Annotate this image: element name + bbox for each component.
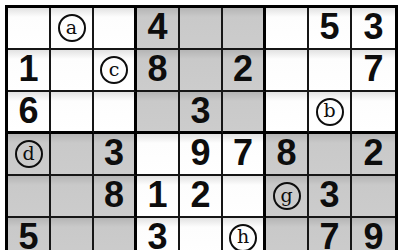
sudoku-board: a4531c82763bd39782812g353h79 (5, 5, 398, 250)
cell-r4c3[interactable]: 3 (94, 134, 137, 176)
cell-r3c2[interactable] (51, 92, 94, 134)
cell-r5c1[interactable] (8, 176, 51, 218)
given-digit: 9 (190, 135, 210, 171)
cell-r5c7[interactable]: g (266, 176, 309, 218)
circled-letter-a: a (58, 14, 86, 42)
cell-r4c8[interactable] (309, 134, 352, 176)
cell-r6c3[interactable] (94, 218, 137, 250)
given-digit: 3 (104, 135, 124, 171)
given-digit: 7 (233, 135, 253, 171)
given-digit: 3 (319, 177, 339, 213)
cell-r1c2[interactable]: a (51, 8, 94, 50)
cell-r6c6[interactable]: h (223, 218, 266, 250)
cell-r2c6[interactable]: 2 (223, 50, 266, 92)
page-background: { "game": "sudoku", "view": "cropped sca… (0, 0, 400, 250)
given-digit: 8 (276, 135, 296, 171)
cell-r5c2[interactable] (51, 176, 94, 218)
cell-r1c1[interactable] (8, 8, 51, 50)
cell-r6c1[interactable]: 5 (8, 218, 51, 250)
cell-r1c7[interactable] (266, 8, 309, 50)
cell-r3c5[interactable]: 3 (180, 92, 223, 134)
cell-r1c6[interactable] (223, 8, 266, 50)
cell-r4c1[interactable]: d (8, 134, 51, 176)
cell-r4c2[interactable] (51, 134, 94, 176)
cell-r1c3[interactable] (94, 8, 137, 50)
given-digit: 9 (363, 219, 383, 250)
cell-r6c7[interactable] (266, 218, 309, 250)
cell-r1c9[interactable]: 3 (352, 8, 395, 50)
cell-r5c3[interactable]: 8 (94, 176, 137, 218)
circled-letter-h: h (229, 224, 257, 250)
cell-r6c2[interactable] (51, 218, 94, 250)
cell-r5c6[interactable] (223, 176, 266, 218)
cell-r3c4[interactable] (137, 92, 180, 134)
cell-r2c3[interactable]: c (94, 50, 137, 92)
cell-r3c7[interactable] (266, 92, 309, 134)
cell-r3c3[interactable] (94, 92, 137, 134)
circled-letter-g: g (273, 182, 301, 210)
given-digit: 5 (319, 9, 339, 45)
circled-letter-b: b (316, 98, 344, 126)
given-digit: 2 (233, 51, 253, 87)
cell-r5c5[interactable]: 2 (180, 176, 223, 218)
cell-r1c8[interactable]: 5 (309, 8, 352, 50)
cell-r5c4[interactable]: 1 (137, 176, 180, 218)
cell-r4c5[interactable]: 9 (180, 134, 223, 176)
cell-r1c4[interactable]: 4 (137, 8, 180, 50)
cell-r3c8[interactable]: b (309, 92, 352, 134)
given-digit: 3 (363, 9, 383, 45)
given-digit: 1 (147, 177, 167, 213)
cell-r3c1[interactable]: 6 (8, 92, 51, 134)
cell-r4c7[interactable]: 8 (266, 134, 309, 176)
cell-r6c8[interactable]: 7 (309, 218, 352, 250)
given-digit: 4 (147, 9, 167, 45)
cell-r3c9[interactable] (352, 92, 395, 134)
cell-r1c5[interactable] (180, 8, 223, 50)
cell-r2c5[interactable] (180, 50, 223, 92)
given-digit: 5 (18, 219, 38, 250)
given-digit: 3 (190, 93, 210, 129)
cell-r6c5[interactable] (180, 218, 223, 250)
cell-r6c4[interactable]: 3 (137, 218, 180, 250)
cell-r3c6[interactable] (223, 92, 266, 134)
given-digit: 6 (18, 93, 38, 129)
cell-r2c1[interactable]: 1 (8, 50, 51, 92)
cell-r4c4[interactable] (137, 134, 180, 176)
given-digit: 7 (363, 51, 383, 87)
given-digit: 2 (363, 135, 383, 171)
cell-r4c6[interactable]: 7 (223, 134, 266, 176)
circled-letter-c: c (100, 56, 128, 84)
cell-r2c7[interactable] (266, 50, 309, 92)
cell-r2c2[interactable] (51, 50, 94, 92)
cell-r2c4[interactable]: 8 (137, 50, 180, 92)
circled-letter-d: d (15, 140, 43, 168)
cell-r2c9[interactable]: 7 (352, 50, 395, 92)
given-digit: 7 (319, 219, 339, 250)
given-digit: 3 (147, 219, 167, 250)
cell-r5c9[interactable] (352, 176, 395, 218)
cell-r6c9[interactable]: 9 (352, 218, 395, 250)
cell-r4c9[interactable]: 2 (352, 134, 395, 176)
cell-r5c8[interactable]: 3 (309, 176, 352, 218)
given-digit: 8 (147, 51, 167, 87)
cell-r2c8[interactable] (309, 50, 352, 92)
given-digit: 8 (104, 177, 124, 213)
given-digit: 1 (18, 51, 38, 87)
given-digit: 2 (190, 177, 210, 213)
